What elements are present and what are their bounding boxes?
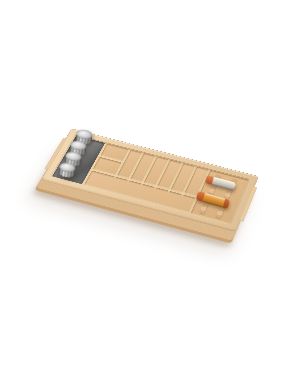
spice-jar <box>58 162 76 179</box>
photo-caption: Wooden cutlery tray insert with spice ja… <box>0 0 1 1</box>
product-photo: Wooden cutlery tray insert with spice ja… <box>0 0 300 375</box>
